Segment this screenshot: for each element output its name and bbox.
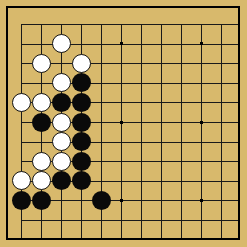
white-stone[interactable]	[32, 152, 51, 171]
black-stone[interactable]	[32, 113, 51, 132]
grid-line-horizontal	[21, 63, 238, 64]
black-stone[interactable]	[72, 73, 91, 92]
go-board[interactable]	[8, 8, 238, 238]
grid-line-vertical	[201, 24, 202, 238]
white-stone[interactable]	[32, 54, 51, 73]
star-point	[120, 121, 123, 124]
star-point	[200, 199, 203, 202]
black-stone[interactable]	[32, 191, 51, 210]
white-stone[interactable]	[52, 152, 71, 171]
grid-line-vertical	[121, 24, 122, 238]
grid-line-horizontal	[21, 220, 238, 221]
grid-line-vertical	[181, 24, 182, 238]
black-stone[interactable]	[72, 152, 91, 171]
black-stone[interactable]	[72, 171, 91, 190]
star-point	[200, 42, 203, 45]
white-stone[interactable]	[12, 93, 31, 112]
black-stone[interactable]	[92, 191, 111, 210]
white-stone[interactable]	[72, 54, 91, 73]
grid-line-vertical	[161, 24, 162, 238]
white-stone[interactable]	[52, 73, 71, 92]
white-stone[interactable]	[32, 93, 51, 112]
star-point	[120, 42, 123, 45]
go-diagram	[0, 0, 247, 247]
white-stone[interactable]	[12, 171, 31, 190]
white-stone[interactable]	[52, 113, 71, 132]
grid-line-horizontal	[21, 24, 238, 25]
white-stone[interactable]	[52, 34, 71, 53]
black-stone[interactable]	[52, 93, 71, 112]
board-frame	[6, 6, 240, 240]
black-stone[interactable]	[12, 191, 31, 210]
black-stone[interactable]	[72, 132, 91, 151]
white-stone[interactable]	[52, 132, 71, 151]
black-stone[interactable]	[72, 113, 91, 132]
grid-line-horizontal	[21, 200, 238, 201]
star-point	[200, 121, 203, 124]
black-stone[interactable]	[72, 93, 91, 112]
white-stone[interactable]	[32, 171, 51, 190]
grid-line-vertical	[141, 24, 142, 238]
black-stone[interactable]	[52, 171, 71, 190]
star-point	[120, 199, 123, 202]
grid-line-vertical	[221, 24, 222, 238]
